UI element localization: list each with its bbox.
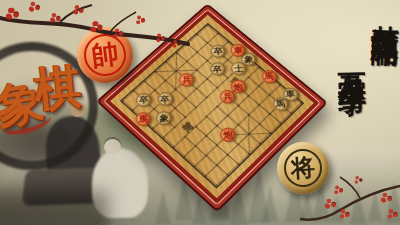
- slogan-wan-ma-qian-jun: 万马千军纷争: [337, 51, 365, 69]
- xiangqi-piece-black[interactable]: 卒: [207, 42, 228, 60]
- xiangqi-piece-black[interactable]: 象: [154, 109, 175, 128]
- piece-glyph: 兵: [181, 75, 191, 84]
- piece-glyph: 卒: [213, 65, 223, 74]
- xiangqi-piece-black[interactable]: 卒: [154, 90, 175, 109]
- plum-branch-top-left: [0, 0, 195, 62]
- piece-glyph: 卒: [213, 47, 223, 56]
- piece-glyph: 馬: [275, 99, 285, 108]
- piece-glyph: 象: [243, 55, 253, 64]
- xiangqi-piece-red[interactable]: 兵: [176, 70, 197, 89]
- xiangqi-piece-black[interactable]: 卒: [207, 60, 228, 78]
- piece-glyph: 炮: [233, 82, 243, 91]
- piece-glyph: 象: [159, 114, 169, 123]
- splash-screen: 象 棋 楚河 汉界 卒卒象馬兵卒卒士象車馬炮兵炮車馬 帥 将 楚河汉界相隔 万马…: [0, 0, 400, 225]
- piece-glyph: 士: [233, 64, 243, 73]
- xiangqi-piece-black[interactable]: 卒: [133, 91, 154, 110]
- piece-glyph: 兵: [223, 92, 233, 101]
- plum-branch-bottom-right: [300, 168, 400, 225]
- piece-glyph: 車: [285, 90, 295, 99]
- xiangqi-piece-red[interactable]: 炮: [217, 125, 239, 145]
- piece-glyph: 卒: [160, 95, 170, 104]
- piece-glyph: 馬: [138, 114, 148, 123]
- piece-glyph: 卒: [139, 95, 149, 104]
- title-char-qi: 棋: [32, 62, 84, 114]
- piece-glyph: 馬: [264, 72, 274, 81]
- piece-glyph: 炮: [222, 130, 232, 139]
- ink-corner-shadow: [0, 192, 108, 225]
- slogan-chu-he-han-jie: 楚河汉界相隔: [371, 3, 399, 22]
- piece-glyph: 車: [233, 46, 243, 55]
- painted-figure-right-head: [104, 139, 121, 155]
